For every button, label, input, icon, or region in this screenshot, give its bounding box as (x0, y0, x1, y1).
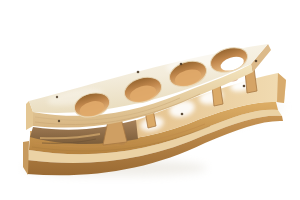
screw (181, 113, 184, 116)
screw (180, 63, 183, 66)
product-photo (0, 0, 300, 200)
screw (243, 85, 246, 88)
screw (58, 120, 60, 122)
wooden-stand-illustration (0, 0, 300, 200)
screw (137, 71, 140, 74)
screw (255, 60, 258, 63)
screw (56, 96, 58, 98)
